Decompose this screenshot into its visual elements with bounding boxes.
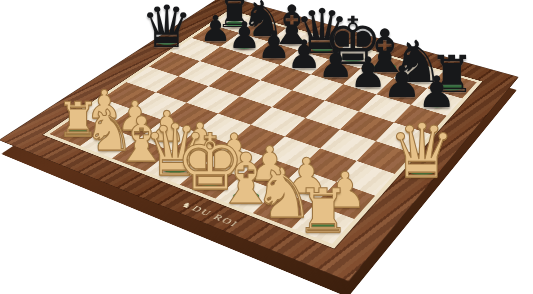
brand-knight-icon: ♞ <box>179 200 195 210</box>
board-frame: ♞ DU ROI <box>0 0 519 282</box>
product-photo-scene: ♞ DU ROI ♜♞♝♛♚♝♞♜♟♟♟♟♟♟♟♟♟♟♟♟♟♟♟♟♜♞♝♛♚♝♞… <box>0 0 533 294</box>
chess-board: ♞ DU ROI <box>0 0 519 282</box>
